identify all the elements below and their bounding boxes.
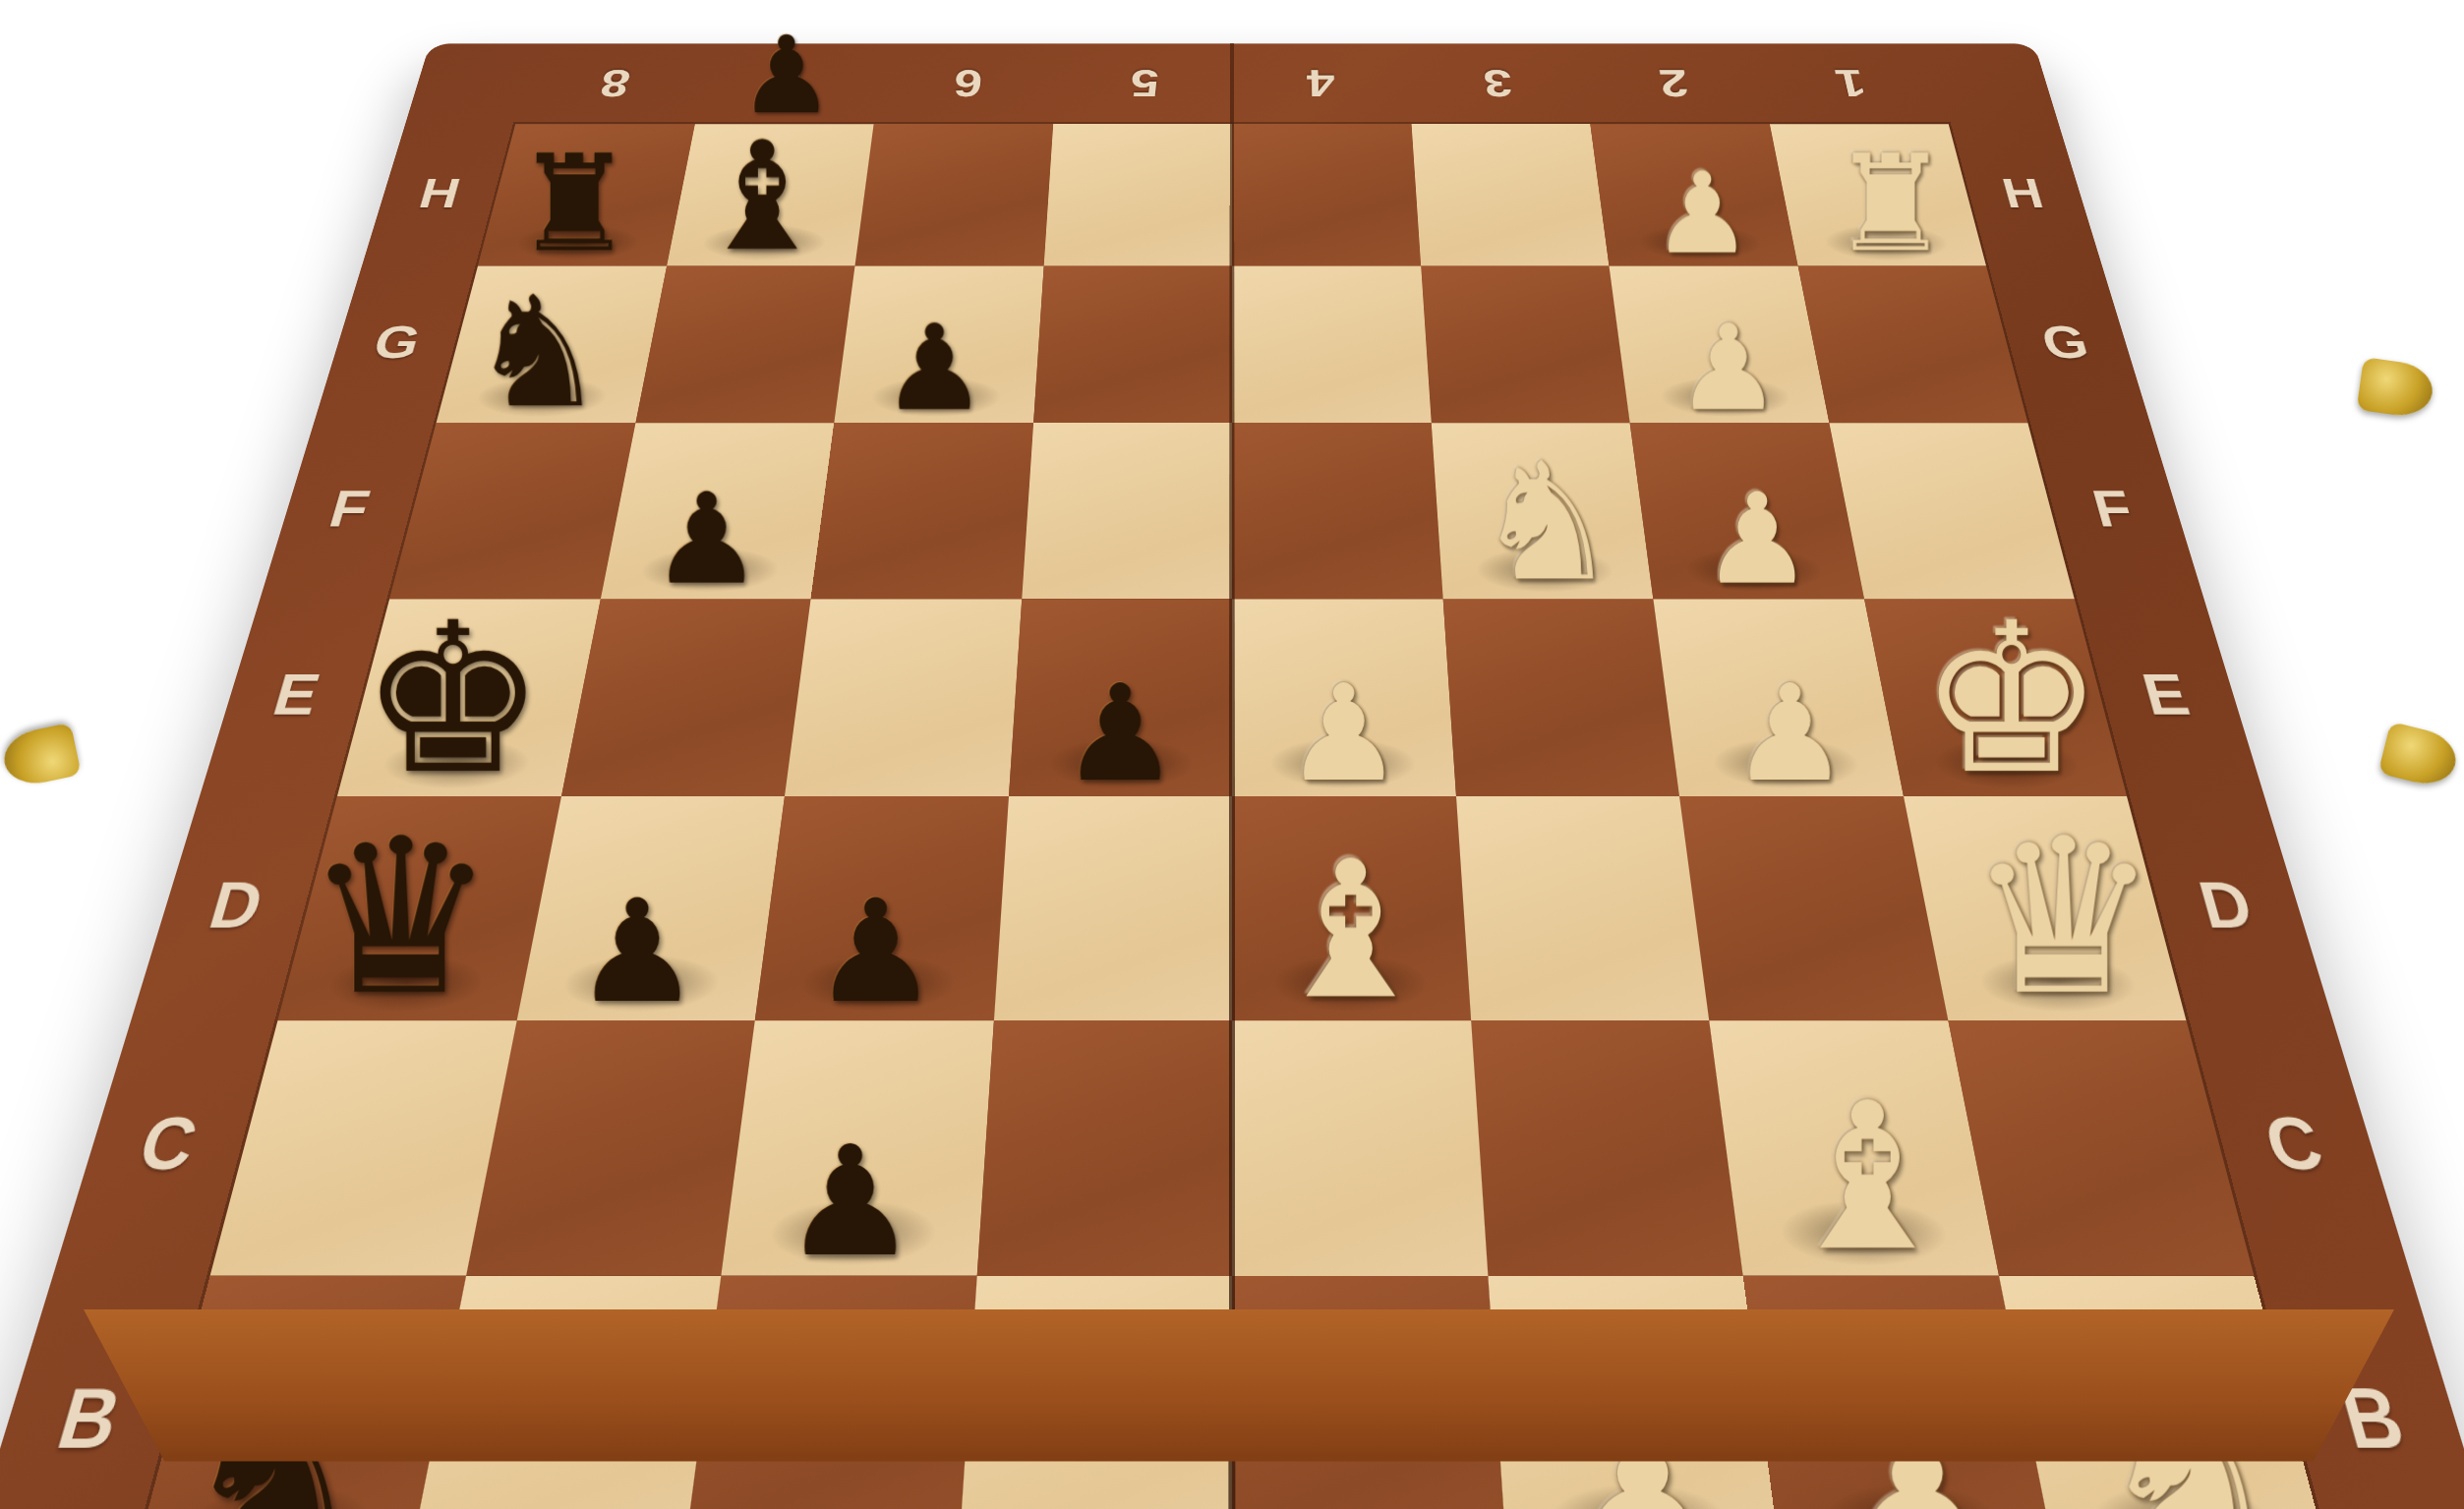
piece-white-pawn-f2: ♟ [1701,481,1813,600]
piece-white-king-e1: ♚ [1918,600,2104,797]
brass-clasp-icon [2378,722,2462,790]
square-d4: ♝ [1232,796,1471,1020]
square-d6: ♟ [755,796,1009,1020]
brass-clasp-icon [0,723,82,789]
rank-label-8: 8 [515,43,710,124]
square-d7: ♟ [516,796,785,1020]
photo-background: 87654321 87654321 HGFEDCBA HGFEDCBA ♜♝♟♜… [0,0,2464,1509]
piece-white-rook-h1: ♜ [1830,141,1950,267]
piece-black-queen-d8: ♛ [305,816,498,1020]
square-h6 [855,124,1053,265]
chess-board: 87654321 87654321 HGFEDCBA HGFEDCBA ♜♝♟♜… [0,43,2464,1509]
piece-white-pawn-h2: ♟ [1652,160,1753,267]
brass-clasp-icon [2357,357,2436,420]
piece-black-king-e8: ♚ [360,600,546,797]
piece-white-pawn-g2: ♟ [1674,312,1781,425]
rank-label-1: 1 [1753,43,1948,124]
square-e6 [785,599,1022,796]
square-d3 [1456,796,1710,1020]
square-g5 [1033,265,1232,423]
square-h5 [1043,124,1232,265]
rank-label-5: 5 [1053,43,1232,124]
box-front-face [84,1309,2394,1475]
rank-label-2: 2 [1580,43,1770,124]
square-e5: ♟ [1009,599,1233,796]
square-g3 [1421,265,1630,423]
square-c6: ♟ [721,1020,993,1276]
square-c5 [976,1020,1232,1276]
square-h7: ♝ [667,124,874,265]
square-f4 [1232,423,1442,599]
square-e8: ♚ [337,599,600,796]
piece-white-queen-d1: ♛ [1966,816,2159,1020]
square-g2: ♟ [1609,265,1829,423]
square-c7 [466,1020,755,1276]
square-h4 [1232,124,1421,265]
square-h8: ♜ [478,124,694,265]
square-d2 [1679,796,1948,1020]
square-e1: ♚ [1864,599,2127,796]
square-e4: ♟ [1232,599,1456,796]
piece-white-knight-f3: ♞ [1474,446,1619,601]
square-h2: ♟ [1590,124,1797,265]
square-g8: ♞ [437,265,667,423]
square-c3 [1471,1020,1743,1276]
rank-label-6: 6 [874,43,1059,124]
piece-black-pawn-e5: ♟ [1061,670,1181,797]
square-c4 [1232,1020,1488,1276]
piece-white-bishop-d4: ♝ [1265,840,1436,1020]
square-e7 [561,599,811,796]
square-g4 [1232,265,1431,423]
piece-black-bishop-h7: ♝ [695,125,830,267]
square-f3: ♞ [1431,423,1653,599]
square-f6 [811,423,1033,599]
square-f7: ♟ [600,423,834,599]
piece-black-rook-h8: ♜ [514,141,634,267]
square-c2: ♝ [1709,1020,1998,1276]
square-d8: ♛ [278,796,561,1020]
piece-black-pawn-f7: ♟ [651,481,763,600]
square-h1: ♜ [1770,124,1986,265]
square-f2: ♟ [1630,423,1864,599]
square-g7 [635,265,855,423]
piece-black-pawn-c6: ♟ [782,1131,918,1275]
square-d1: ♛ [1904,796,2187,1020]
rank-label-4: 4 [1232,43,1411,124]
board-scene: 87654321 87654321 HGFEDCBA HGFEDCBA ♜♝♟♜… [200,0,2264,1509]
piece-black-knight-g8: ♞ [469,279,607,425]
square-f5 [1022,423,1232,599]
square-h3 [1411,124,1609,265]
square-g6: ♟ [834,265,1043,423]
square-d5 [993,796,1232,1020]
piece-black-pawn-g6: ♟ [881,312,987,425]
piece-white-pawn-e4: ♟ [1284,670,1404,797]
piece-white-bishop-c2: ♝ [1777,1081,1960,1275]
square-e3 [1442,599,1679,796]
piece-white-pawn-e2: ♟ [1730,670,1849,797]
rank-label-3: 3 [1406,43,1591,124]
square-e2: ♟ [1653,599,1903,796]
piece-black-pawn-d6: ♟ [811,885,939,1019]
piece-black-pawn-d7: ♟ [574,885,702,1019]
